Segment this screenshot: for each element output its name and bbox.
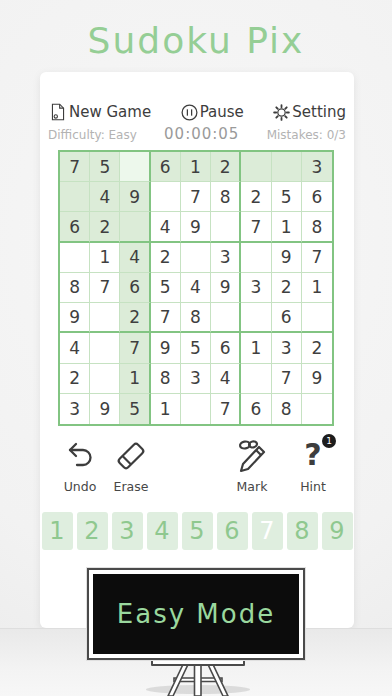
grid-cell-r7c6[interactable]: 6 xyxy=(211,333,241,363)
grid-cell-r9c1[interactable]: 3 xyxy=(60,394,90,424)
pause-circle-icon xyxy=(180,103,199,122)
grid-cell-r7c2[interactable] xyxy=(90,333,120,363)
grid-cell-r6c9[interactable] xyxy=(302,303,332,333)
grid-cell-r8c4[interactable]: 8 xyxy=(151,364,181,394)
timer-value: 00:00:05 xyxy=(164,125,239,143)
grid-cell-r4c5[interactable] xyxy=(181,243,211,273)
status-row: Difficulty: Easy 00:00:05 Mistakes: 0/3 xyxy=(48,125,346,143)
grid-cell-r6c2[interactable] xyxy=(90,303,120,333)
grid-cell-r9c2[interactable]: 9 xyxy=(90,394,120,424)
grid-cell-r7c8[interactable]: 3 xyxy=(272,333,302,363)
grid-cell-r5c2[interactable]: 7 xyxy=(90,273,120,303)
grid-cell-r4c1[interactable] xyxy=(60,243,90,273)
grid-cell-r3c3[interactable] xyxy=(120,212,150,242)
undo-button[interactable]: Undo xyxy=(52,438,108,494)
grid-cell-r3c1[interactable]: 6 xyxy=(60,212,90,242)
pause-label: Pause xyxy=(200,103,244,121)
grid-cell-r5c5[interactable]: 4 xyxy=(181,273,211,303)
grid-cell-r2c3[interactable]: 9 xyxy=(120,182,150,212)
grid-cell-r2c7[interactable]: 2 xyxy=(241,182,271,212)
grid-cell-r8c2[interactable] xyxy=(90,364,120,394)
grid-cell-r2c9[interactable]: 6 xyxy=(302,182,332,212)
numpad-key-3[interactable]: 3 xyxy=(112,512,143,550)
grid-cell-r6c5[interactable]: 8 xyxy=(181,303,211,333)
mark-button[interactable]: Mark xyxy=(224,438,280,494)
grid-cell-r3c6[interactable] xyxy=(211,212,241,242)
grid-cell-r1c6[interactable]: 2 xyxy=(211,152,241,182)
numpad-key-6[interactable]: 6 xyxy=(217,512,248,550)
grid-cell-r3c8[interactable]: 1 xyxy=(272,212,302,242)
grid-cell-r1c3[interactable] xyxy=(120,152,150,182)
erase-button[interactable]: Erase xyxy=(103,438,159,494)
grid-cell-r7c9[interactable]: 2 xyxy=(302,333,332,363)
toolbar: New Game Pause xyxy=(48,102,346,122)
grid-cell-r1c1[interactable]: 7 xyxy=(60,152,90,182)
grid-cell-r9c8[interactable]: 8 xyxy=(272,394,302,424)
hint-button[interactable]: ? 1 Hint xyxy=(285,438,341,494)
grid-cell-r8c7[interactable] xyxy=(241,364,271,394)
grid-cell-r8c8[interactable]: 7 xyxy=(272,364,302,394)
mark-label: Mark xyxy=(237,479,268,494)
gear-icon xyxy=(272,103,291,122)
grid-cell-r6c3[interactable]: 2 xyxy=(120,303,150,333)
undo-arrow-icon xyxy=(62,438,98,474)
sudoku-grid: 7561234978256624971814239787654932192786… xyxy=(58,150,334,426)
grid-cell-r2c1[interactable] xyxy=(60,182,90,212)
grid-cell-r2c8[interactable]: 5 xyxy=(272,182,302,212)
difficulty-label: Difficulty: Easy xyxy=(48,128,137,142)
setting-label: Setting xyxy=(292,103,346,121)
grid-cell-r5c6[interactable]: 9 xyxy=(211,273,241,303)
tools-row: Undo Erase xyxy=(40,438,354,500)
numpad-key-2[interactable]: 2 xyxy=(77,512,108,550)
numpad-key-5[interactable]: 5 xyxy=(182,512,213,550)
grid-cell-r3c2[interactable]: 2 xyxy=(90,212,120,242)
new-game-button[interactable]: New Game xyxy=(48,102,151,122)
grid-cell-r6c7[interactable] xyxy=(241,303,271,333)
grid-cell-r9c4[interactable]: 1 xyxy=(151,394,181,424)
grid-cell-r2c2[interactable]: 4 xyxy=(90,182,120,212)
numpad-key-8[interactable]: 8 xyxy=(287,512,318,550)
grid-cell-r4c6[interactable]: 3 xyxy=(211,243,241,273)
mistakes-label: Mistakes: 0/3 xyxy=(267,128,346,142)
grid-cell-r1c4[interactable]: 6 xyxy=(151,152,181,182)
grid-cell-r2c6[interactable]: 8 xyxy=(211,182,241,212)
grid-cell-r3c4[interactable]: 4 xyxy=(151,212,181,242)
numpad-key-4[interactable]: 4 xyxy=(147,512,178,550)
grid-cell-r5c7[interactable]: 3 xyxy=(241,273,271,303)
grid-cell-r5c8[interactable]: 2 xyxy=(272,273,302,303)
grid-cell-r6c8[interactable]: 6 xyxy=(272,303,302,333)
grid-cell-r4c4[interactable]: 2 xyxy=(151,243,181,273)
undo-label: Undo xyxy=(64,479,97,494)
grid-cell-r8c6[interactable]: 4 xyxy=(211,364,241,394)
grid-cell-r6c4[interactable]: 7 xyxy=(151,303,181,333)
grid-cell-r7c4[interactable]: 9 xyxy=(151,333,181,363)
grid-cell-r4c7[interactable] xyxy=(241,243,271,273)
app-title: Sudoku Pix xyxy=(0,20,392,61)
grid-cell-r9c9[interactable] xyxy=(302,394,332,424)
grid-cell-r4c3[interactable]: 4 xyxy=(120,243,150,273)
grid-cell-r9c7[interactable]: 6 xyxy=(241,394,271,424)
number-pad: 123456789 xyxy=(40,512,354,550)
grid-cell-r6c1[interactable]: 9 xyxy=(60,303,90,333)
grid-cell-r5c1[interactable]: 8 xyxy=(60,273,90,303)
mode-board: Easy Mode xyxy=(87,568,305,660)
grid-cell-r3c9[interactable]: 8 xyxy=(302,212,332,242)
grid-cell-r1c5[interactable]: 1 xyxy=(181,152,211,182)
new-game-label: New Game xyxy=(69,103,151,121)
grid-cell-r7c7[interactable]: 1 xyxy=(241,333,271,363)
game-card: New Game Pause xyxy=(40,72,354,628)
setting-button[interactable]: Setting xyxy=(272,103,346,122)
grid-cell-r5c9[interactable]: 1 xyxy=(302,273,332,303)
mode-board-screen: Easy Mode xyxy=(93,574,299,654)
numpad-key-7[interactable]: 7 xyxy=(252,512,283,550)
grid-cell-r9c5[interactable] xyxy=(181,394,211,424)
document-icon xyxy=(48,102,68,122)
grid-cell-r1c9[interactable]: 3 xyxy=(302,152,332,182)
numpad-key-1[interactable]: 1 xyxy=(42,512,73,550)
grid-cell-r7c5[interactable]: 5 xyxy=(181,333,211,363)
grid-cell-r5c4[interactable]: 5 xyxy=(151,273,181,303)
question-mark-icon: ? 1 xyxy=(295,438,331,474)
grid-cell-r4c2[interactable]: 1 xyxy=(90,243,120,273)
grid-cell-r8c1[interactable]: 2 xyxy=(60,364,90,394)
pencil-icon xyxy=(234,438,270,474)
grid-cell-r7c1[interactable]: 4 xyxy=(60,333,90,363)
grid-cell-r8c9[interactable]: 9 xyxy=(302,364,332,394)
grid-cell-r8c5[interactable]: 3 xyxy=(181,364,211,394)
grid-cell-r1c8[interactable] xyxy=(272,152,302,182)
grid-cell-r9c6[interactable]: 7 xyxy=(211,394,241,424)
grid-cell-r3c7[interactable]: 7 xyxy=(241,212,271,242)
grid-cell-r5c3[interactable]: 6 xyxy=(120,273,150,303)
grid-cell-r4c8[interactable]: 9 xyxy=(272,243,302,273)
grid-cell-r1c7[interactable] xyxy=(241,152,271,182)
numpad-key-9[interactable]: 9 xyxy=(322,512,353,550)
hint-label: Hint xyxy=(300,479,326,494)
grid-cell-r2c5[interactable]: 7 xyxy=(181,182,211,212)
eraser-icon xyxy=(113,438,149,474)
erase-label: Erase xyxy=(114,479,149,494)
grid-cell-r3c5[interactable]: 9 xyxy=(181,212,211,242)
grid-cell-r6c6[interactable] xyxy=(211,303,241,333)
app-screen: Sudoku Pix New Game xyxy=(0,0,392,696)
grid-cell-r1c2[interactable]: 5 xyxy=(90,152,120,182)
pause-button[interactable]: Pause xyxy=(180,103,244,122)
grid-cell-r2c4[interactable] xyxy=(151,182,181,212)
grid-cell-r8c3[interactable]: 1 xyxy=(120,364,150,394)
hint-badge: 1 xyxy=(322,434,336,448)
mode-banner-text: Easy Mode xyxy=(117,599,275,629)
grid-cell-r9c3[interactable]: 5 xyxy=(120,394,150,424)
grid-cell-r4c9[interactable]: 7 xyxy=(302,243,332,273)
grid-cell-r7c3[interactable]: 7 xyxy=(120,333,150,363)
